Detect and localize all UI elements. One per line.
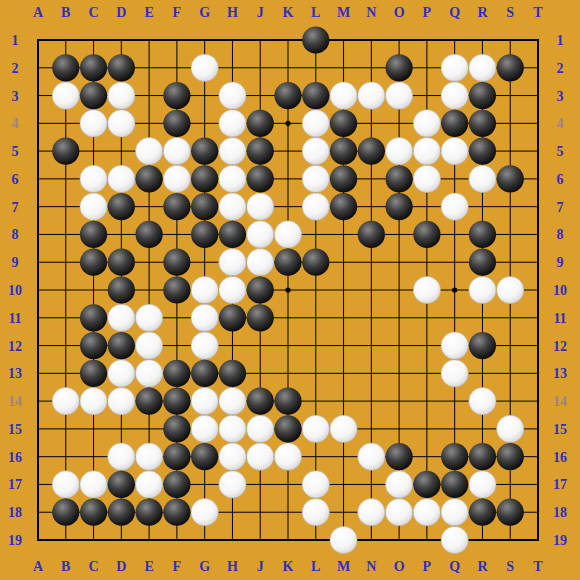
row-label-left-12: 12 — [8, 339, 22, 354]
black-stone-R18[interactable] — [469, 499, 496, 526]
row-label-right-5: 5 — [557, 144, 564, 159]
col-label-bottom-O: O — [394, 559, 405, 574]
black-stone-P8[interactable] — [413, 221, 440, 248]
white-stone-N16[interactable] — [358, 443, 385, 470]
black-stone-H8[interactable] — [219, 221, 246, 248]
col-label-top-F: F — [173, 5, 182, 20]
star-point-K4 — [285, 121, 290, 126]
col-label-bottom-B: B — [61, 559, 70, 574]
row-label-right-6: 6 — [557, 172, 564, 187]
col-label-bottom-G: G — [199, 559, 210, 574]
col-label-bottom-Q: Q — [449, 559, 460, 574]
white-stone-M19[interactable] — [330, 526, 357, 553]
white-stone-G11[interactable] — [191, 304, 218, 331]
white-stone-G12[interactable] — [191, 332, 218, 359]
black-stone-K14[interactable] — [274, 388, 301, 415]
white-stone-J16[interactable] — [247, 443, 274, 470]
row-label-right-4: 4 — [557, 116, 564, 131]
white-stone-P6[interactable] — [413, 165, 440, 192]
white-stone-H9[interactable] — [219, 249, 246, 276]
col-label-top-A: A — [33, 5, 44, 20]
row-label-right-15: 15 — [553, 422, 567, 437]
col-label-bottom-D: D — [116, 559, 126, 574]
white-stone-L4[interactable] — [302, 110, 329, 137]
white-stone-G14[interactable] — [191, 388, 218, 415]
white-stone-P5[interactable] — [413, 138, 440, 165]
black-stone-J4[interactable] — [247, 110, 274, 137]
row-label-left-15: 15 — [8, 422, 22, 437]
row-label-right-17: 17 — [553, 477, 567, 492]
black-stone-S2[interactable] — [497, 54, 524, 81]
row-label-left-11: 11 — [8, 311, 21, 326]
black-stone-M6[interactable] — [330, 165, 357, 192]
white-stone-R6[interactable] — [469, 165, 496, 192]
black-stone-J14[interactable] — [247, 388, 274, 415]
black-stone-E14[interactable] — [136, 388, 163, 415]
white-stone-P10[interactable] — [413, 276, 440, 303]
white-stone-E12[interactable] — [136, 332, 163, 359]
white-stone-D16[interactable] — [108, 443, 135, 470]
col-label-top-P: P — [423, 5, 432, 20]
go-app-window: AABBCCDDEEFFGGHHJJKKLLMMNNOOPPQQRRSSTT11… — [0, 0, 580, 580]
white-stone-Q2[interactable] — [441, 54, 468, 81]
black-stone-R12[interactable] — [469, 332, 496, 359]
black-stone-P17[interactable] — [413, 471, 440, 498]
white-stone-G2[interactable] — [191, 54, 218, 81]
black-stone-C11[interactable] — [80, 304, 107, 331]
black-stone-B5[interactable] — [52, 138, 79, 165]
col-label-top-L: L — [311, 5, 320, 20]
black-stone-B18[interactable] — [52, 499, 79, 526]
white-stone-L17[interactable] — [302, 471, 329, 498]
white-stone-H6[interactable] — [219, 165, 246, 192]
row-label-left-19: 19 — [8, 533, 22, 548]
black-stone-F3[interactable] — [163, 82, 190, 109]
col-label-bottom-S: S — [506, 559, 514, 574]
white-stone-H4[interactable] — [219, 110, 246, 137]
black-stone-R3[interactable] — [469, 82, 496, 109]
row-label-left-9: 9 — [12, 255, 19, 270]
col-label-top-M: M — [337, 5, 350, 20]
col-label-top-D: D — [116, 5, 126, 20]
black-stone-S16[interactable] — [497, 443, 524, 470]
row-label-left-8: 8 — [12, 227, 19, 242]
row-label-right-19: 19 — [553, 533, 567, 548]
black-stone-F17[interactable] — [163, 471, 190, 498]
white-stone-O18[interactable] — [386, 499, 413, 526]
black-stone-M4[interactable] — [330, 110, 357, 137]
white-stone-C17[interactable] — [80, 471, 107, 498]
row-label-left-16: 16 — [8, 450, 22, 465]
white-stone-L18[interactable] — [302, 499, 329, 526]
white-stone-G10[interactable] — [191, 276, 218, 303]
black-stone-L9[interactable] — [302, 249, 329, 276]
white-stone-H5[interactable] — [219, 138, 246, 165]
col-label-top-Q: Q — [449, 5, 460, 20]
black-stone-F7[interactable] — [163, 193, 190, 220]
white-stone-H3[interactable] — [219, 82, 246, 109]
col-label-bottom-F: F — [173, 559, 182, 574]
col-label-bottom-P: P — [423, 559, 432, 574]
black-stone-F14[interactable] — [163, 388, 190, 415]
white-stone-D4[interactable] — [108, 110, 135, 137]
black-stone-S6[interactable] — [497, 165, 524, 192]
row-label-right-16: 16 — [553, 450, 567, 465]
white-stone-R17[interactable] — [469, 471, 496, 498]
white-stone-C14[interactable] — [80, 388, 107, 415]
black-stone-J5[interactable] — [247, 138, 274, 165]
white-stone-D3[interactable] — [108, 82, 135, 109]
row-label-left-18: 18 — [8, 505, 22, 520]
white-stone-R10[interactable] — [469, 276, 496, 303]
black-stone-Q4[interactable] — [441, 110, 468, 137]
white-stone-Q12[interactable] — [441, 332, 468, 359]
white-stone-N18[interactable] — [358, 499, 385, 526]
white-stone-N3[interactable] — [358, 82, 385, 109]
white-stone-E16[interactable] — [136, 443, 163, 470]
black-stone-Q16[interactable] — [441, 443, 468, 470]
col-label-top-O: O — [394, 5, 405, 20]
white-stone-E11[interactable] — [136, 304, 163, 331]
row-label-left-3: 3 — [12, 89, 19, 104]
white-stone-C4[interactable] — [80, 110, 107, 137]
white-stone-Q18[interactable] — [441, 499, 468, 526]
row-label-left-1: 1 — [12, 33, 19, 48]
black-stone-K3[interactable] — [274, 82, 301, 109]
white-stone-O3[interactable] — [386, 82, 413, 109]
row-label-left-4: 4 — [12, 116, 19, 131]
col-label-bottom-A: A — [33, 559, 44, 574]
black-stone-C3[interactable] — [80, 82, 107, 109]
white-stone-C7[interactable] — [80, 193, 107, 220]
row-label-right-2: 2 — [557, 61, 564, 76]
black-stone-D9[interactable] — [108, 249, 135, 276]
black-stone-J10[interactable] — [247, 276, 274, 303]
white-stone-H15[interactable] — [219, 415, 246, 442]
white-stone-P4[interactable] — [413, 110, 440, 137]
white-stone-K8[interactable] — [274, 221, 301, 248]
black-stone-O2[interactable] — [386, 54, 413, 81]
black-stone-G6[interactable] — [191, 165, 218, 192]
white-stone-R14[interactable] — [469, 388, 496, 415]
black-stone-C12[interactable] — [80, 332, 107, 359]
white-stone-O17[interactable] — [386, 471, 413, 498]
black-stone-H11[interactable] — [219, 304, 246, 331]
white-stone-B17[interactable] — [52, 471, 79, 498]
row-label-right-14: 14 — [553, 394, 567, 409]
black-stone-G5[interactable] — [191, 138, 218, 165]
col-label-top-T: T — [533, 5, 543, 20]
black-stone-O16[interactable] — [386, 443, 413, 470]
white-stone-E17[interactable] — [136, 471, 163, 498]
white-stone-B14[interactable] — [52, 388, 79, 415]
row-label-right-1: 1 — [557, 33, 564, 48]
star-point-Q10 — [452, 287, 457, 292]
black-stone-K15[interactable] — [274, 415, 301, 442]
white-stone-S15[interactable] — [497, 415, 524, 442]
row-label-right-9: 9 — [557, 255, 564, 270]
white-stone-J7[interactable] — [247, 193, 274, 220]
col-label-top-N: N — [366, 5, 376, 20]
white-stone-G15[interactable] — [191, 415, 218, 442]
black-stone-L3[interactable] — [302, 82, 329, 109]
black-stone-G13[interactable] — [191, 360, 218, 387]
row-label-right-12: 12 — [553, 339, 567, 354]
col-label-bottom-M: M — [337, 559, 350, 574]
row-label-right-18: 18 — [553, 505, 567, 520]
row-label-right-13: 13 — [553, 366, 567, 381]
col-label-bottom-R: R — [477, 559, 488, 574]
black-stone-G7[interactable] — [191, 193, 218, 220]
star-point-K10 — [285, 287, 290, 292]
black-stone-N5[interactable] — [358, 138, 385, 165]
black-stone-O6[interactable] — [386, 165, 413, 192]
white-stone-D14[interactable] — [108, 388, 135, 415]
col-label-bottom-T: T — [533, 559, 543, 574]
black-stone-D7[interactable] — [108, 193, 135, 220]
white-stone-S10[interactable] — [497, 276, 524, 303]
col-label-bottom-E: E — [144, 559, 153, 574]
white-stone-L6[interactable] — [302, 165, 329, 192]
black-stone-D10[interactable] — [108, 276, 135, 303]
black-stone-C2[interactable] — [80, 54, 107, 81]
black-stone-R4[interactable] — [469, 110, 496, 137]
white-stone-Q7[interactable] — [441, 193, 468, 220]
white-stone-H7[interactable] — [219, 193, 246, 220]
white-stone-P18[interactable] — [413, 499, 440, 526]
black-stone-J11[interactable] — [247, 304, 274, 331]
col-label-top-C: C — [88, 5, 98, 20]
black-stone-D12[interactable] — [108, 332, 135, 359]
black-stone-F16[interactable] — [163, 443, 190, 470]
black-stone-M7[interactable] — [330, 193, 357, 220]
row-label-left-14: 14 — [8, 394, 22, 409]
col-label-bottom-N: N — [366, 559, 376, 574]
white-stone-M15[interactable] — [330, 415, 357, 442]
black-stone-B2[interactable] — [52, 54, 79, 81]
black-stone-F4[interactable] — [163, 110, 190, 137]
col-label-bottom-L: L — [311, 559, 320, 574]
col-label-bottom-H: H — [227, 559, 238, 574]
black-stone-F9[interactable] — [163, 249, 190, 276]
col-label-top-R: R — [477, 5, 488, 20]
black-stone-D18[interactable] — [108, 499, 135, 526]
white-stone-J15[interactable] — [247, 415, 274, 442]
row-label-right-10: 10 — [553, 283, 567, 298]
white-stone-Q3[interactable] — [441, 82, 468, 109]
col-label-top-G: G — [199, 5, 210, 20]
white-stone-L7[interactable] — [302, 193, 329, 220]
col-label-top-H: H — [227, 5, 238, 20]
col-label-top-S: S — [506, 5, 514, 20]
col-label-bottom-C: C — [88, 559, 98, 574]
white-stone-J9[interactable] — [247, 249, 274, 276]
black-stone-H13[interactable] — [219, 360, 246, 387]
black-stone-O7[interactable] — [386, 193, 413, 220]
black-stone-D17[interactable] — [108, 471, 135, 498]
white-stone-C6[interactable] — [80, 165, 107, 192]
row-label-left-10: 10 — [8, 283, 22, 298]
white-stone-Q13[interactable] — [441, 360, 468, 387]
black-stone-M5[interactable] — [330, 138, 357, 165]
col-label-top-K: K — [283, 5, 294, 20]
row-label-right-8: 8 — [557, 227, 564, 242]
white-stone-D11[interactable] — [108, 304, 135, 331]
black-stone-C13[interactable] — [80, 360, 107, 387]
white-stone-F5[interactable] — [163, 138, 190, 165]
white-stone-H17[interactable] — [219, 471, 246, 498]
col-label-bottom-J: J — [257, 559, 264, 574]
row-label-right-7: 7 — [557, 200, 564, 215]
white-stone-H10[interactable] — [219, 276, 246, 303]
black-stone-G16[interactable] — [191, 443, 218, 470]
black-stone-G8[interactable] — [191, 221, 218, 248]
black-stone-S18[interactable] — [497, 499, 524, 526]
white-stone-J8[interactable] — [247, 221, 274, 248]
white-stone-M3[interactable] — [330, 82, 357, 109]
black-stone-D2[interactable] — [108, 54, 135, 81]
row-label-left-2: 2 — [12, 61, 19, 76]
row-label-right-11: 11 — [553, 311, 566, 326]
black-stone-F10[interactable] — [163, 276, 190, 303]
black-stone-E18[interactable] — [136, 499, 163, 526]
row-label-left-17: 17 — [8, 477, 22, 492]
black-stone-Q17[interactable] — [441, 471, 468, 498]
white-stone-D6[interactable] — [108, 165, 135, 192]
black-stone-C8[interactable] — [80, 221, 107, 248]
black-stone-R5[interactable] — [469, 138, 496, 165]
col-label-bottom-K: K — [283, 559, 294, 574]
black-stone-L1[interactable] — [302, 26, 329, 53]
black-stone-F18[interactable] — [163, 499, 190, 526]
black-stone-R9[interactable] — [469, 249, 496, 276]
black-stone-F15[interactable] — [163, 415, 190, 442]
black-stone-F13[interactable] — [163, 360, 190, 387]
black-stone-E6[interactable] — [136, 165, 163, 192]
black-stone-C9[interactable] — [80, 249, 107, 276]
black-stone-C18[interactable] — [80, 499, 107, 526]
white-stone-B3[interactable] — [52, 82, 79, 109]
go-board[interactable]: AABBCCDDEEFFGGHHJJKKLLMMNNOOPPQQRRSSTT11… — [0, 0, 580, 580]
col-label-top-B: B — [61, 5, 70, 20]
white-stone-D13[interactable] — [108, 360, 135, 387]
col-label-top-J: J — [257, 5, 264, 20]
black-stone-R16[interactable] — [469, 443, 496, 470]
black-stone-K9[interactable] — [274, 249, 301, 276]
white-stone-L15[interactable] — [302, 415, 329, 442]
black-stone-J6[interactable] — [247, 165, 274, 192]
row-label-left-6: 6 — [12, 172, 19, 187]
white-stone-Q19[interactable] — [441, 526, 468, 553]
white-stone-F6[interactable] — [163, 165, 190, 192]
white-stone-R2[interactable] — [469, 54, 496, 81]
black-stone-E8[interactable] — [136, 221, 163, 248]
white-stone-E13[interactable] — [136, 360, 163, 387]
row-label-left-13: 13 — [8, 366, 22, 381]
black-stone-R8[interactable] — [469, 221, 496, 248]
white-stone-E5[interactable] — [136, 138, 163, 165]
row-label-left-5: 5 — [12, 144, 19, 159]
white-stone-Q5[interactable] — [441, 138, 468, 165]
col-label-top-E: E — [144, 5, 153, 20]
row-label-left-7: 7 — [12, 200, 19, 215]
white-stone-O5[interactable] — [386, 138, 413, 165]
white-stone-L5[interactable] — [302, 138, 329, 165]
white-stone-G18[interactable] — [191, 499, 218, 526]
white-stone-H16[interactable] — [219, 443, 246, 470]
white-stone-K16[interactable] — [274, 443, 301, 470]
row-label-right-3: 3 — [557, 89, 564, 104]
black-stone-N8[interactable] — [358, 221, 385, 248]
white-stone-H14[interactable] — [219, 388, 246, 415]
